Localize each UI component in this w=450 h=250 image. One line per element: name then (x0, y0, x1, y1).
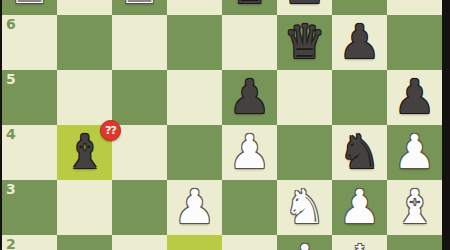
square-f3[interactable]: ♞ (277, 180, 332, 235)
white-pawn-h4[interactable]: ♟ (387, 125, 442, 180)
white-pawn-g3[interactable]: ♟ (332, 180, 387, 235)
black-pawn-h5[interactable]: ♟ (387, 70, 442, 125)
square-g6[interactable]: ♟ (332, 15, 387, 70)
square-f2[interactable]: ♝ (277, 235, 332, 250)
square-c6[interactable] (112, 15, 167, 70)
square-h5[interactable]: ♟ (387, 70, 442, 125)
square-e3[interactable] (222, 180, 277, 235)
rank-label-2: 2 (6, 237, 16, 250)
square-f4[interactable] (277, 125, 332, 180)
square-d5[interactable] (167, 70, 222, 125)
white-king-g2[interactable]: ♚ (332, 235, 387, 250)
chess-board: ♜♜♚♟6♛♟5♟♟4♝??♟♞♟3♟♞♟♝2♝♚ (2, 0, 442, 250)
square-b6[interactable] (57, 15, 112, 70)
square-a5[interactable]: 5 (2, 70, 57, 125)
square-d3[interactable]: ♟ (167, 180, 222, 235)
square-f5[interactable] (277, 70, 332, 125)
square-c2[interactable] (112, 235, 167, 250)
black-pawn-g6[interactable]: ♟ (332, 15, 387, 70)
square-e2[interactable] (222, 235, 277, 250)
square-d6[interactable] (167, 15, 222, 70)
square-h3[interactable]: ♝ (387, 180, 442, 235)
square-h4[interactable]: ♟ (387, 125, 442, 180)
white-pawn-d3[interactable]: ♟ (167, 180, 222, 235)
rank-label-4: 4 (6, 127, 16, 141)
square-d7[interactable] (167, 0, 222, 15)
square-b7[interactable] (57, 0, 112, 15)
white-pawn-e4[interactable]: ♟ (222, 125, 277, 180)
square-c3[interactable] (112, 180, 167, 235)
square-f7[interactable]: ♟ (277, 0, 332, 15)
square-a4[interactable]: 4 (2, 125, 57, 180)
square-h7[interactable] (387, 0, 442, 15)
square-b2[interactable] (57, 235, 112, 250)
rank-label-6: 6 (6, 17, 16, 31)
chessboard-viewport: ♜♜♚♟6♛♟5♟♟4♝??♟♞♟3♟♞♟♝2♝♚ (0, 0, 450, 250)
rank-label-3: 3 (6, 182, 16, 196)
square-d2[interactable] (167, 235, 222, 250)
square-g3[interactable]: ♟ (332, 180, 387, 235)
square-b5[interactable] (57, 70, 112, 125)
square-a2[interactable]: 2 (2, 235, 57, 250)
black-queen-f6[interactable]: ♛ (277, 15, 332, 70)
square-a3[interactable]: 3 (2, 180, 57, 235)
square-e6[interactable] (222, 15, 277, 70)
square-h6[interactable] (387, 15, 442, 70)
square-b3[interactable] (57, 180, 112, 235)
black-pawn-e5[interactable]: ♟ (222, 70, 277, 125)
white-rook-c7[interactable]: ♜ (112, 0, 167, 15)
rank-label-5: 5 (6, 72, 16, 86)
square-d4[interactable] (167, 125, 222, 180)
white-rook-a7[interactable]: ♜ (2, 0, 57, 15)
square-h2[interactable] (387, 235, 442, 250)
square-e7[interactable]: ♚ (222, 0, 277, 15)
white-knight-f3[interactable]: ♞ (277, 180, 332, 235)
black-king-e7[interactable]: ♚ (222, 0, 277, 15)
square-g2[interactable]: ♚ (332, 235, 387, 250)
square-g4[interactable]: ♞ (332, 125, 387, 180)
square-g5[interactable] (332, 70, 387, 125)
white-bishop-h3[interactable]: ♝ (387, 180, 442, 235)
square-a6[interactable]: 6 (2, 15, 57, 70)
square-g7[interactable] (332, 0, 387, 15)
white-bishop-f2[interactable]: ♝ (277, 235, 332, 250)
blunder-badge-icon: ?? (100, 120, 121, 141)
square-f6[interactable]: ♛ (277, 15, 332, 70)
square-e4[interactable]: ♟ (222, 125, 277, 180)
square-b4[interactable]: ♝?? (57, 125, 112, 180)
square-a7[interactable]: ♜ (2, 0, 57, 15)
square-c7[interactable]: ♜ (112, 0, 167, 15)
black-knight-g4[interactable]: ♞ (332, 125, 387, 180)
square-c5[interactable] (112, 70, 167, 125)
black-pawn-f7[interactable]: ♟ (277, 0, 332, 15)
square-e5[interactable]: ♟ (222, 70, 277, 125)
